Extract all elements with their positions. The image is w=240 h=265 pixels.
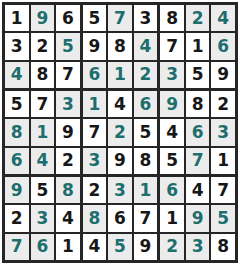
cell-r3c5[interactable]: 1 (108, 62, 132, 88)
cell-r8c1[interactable]: 2 (5, 205, 29, 231)
block-r1c1: 1 9 6 3 2 5 4 8 7 (5, 5, 80, 88)
cell-r1c2[interactable]: 9 (31, 5, 55, 31)
cell-r2c3[interactable]: 5 (56, 33, 80, 59)
cell-r5c7[interactable]: 4 (160, 119, 184, 145)
cell-r5c8[interactable]: 6 (186, 119, 210, 145)
block-r1c2: 5 7 3 9 8 4 6 1 2 (83, 5, 158, 88)
block-r2c2: 1 4 6 7 2 5 3 9 8 (83, 91, 158, 174)
cell-r3c6[interactable]: 2 (134, 62, 158, 88)
cell-r2c2[interactable]: 2 (31, 33, 55, 59)
cell-r8c6[interactable]: 7 (134, 205, 158, 231)
cell-r4c2[interactable]: 7 (31, 91, 55, 117)
cell-r8c2[interactable]: 3 (31, 205, 55, 231)
cell-r7c5[interactable]: 3 (108, 177, 132, 203)
cell-r7c1[interactable]: 9 (5, 177, 29, 203)
cell-r8c3[interactable]: 4 (56, 205, 80, 231)
cell-r2c8[interactable]: 1 (186, 33, 210, 59)
cell-r6c3[interactable]: 2 (56, 148, 80, 174)
cell-r2c1[interactable]: 3 (5, 33, 29, 59)
cell-r1c4[interactable]: 5 (83, 5, 107, 31)
cell-r5c5[interactable]: 2 (108, 119, 132, 145)
cell-r5c3[interactable]: 9 (56, 119, 80, 145)
cell-r3c9[interactable]: 9 (211, 62, 235, 88)
sudoku-board: 1 9 6 3 2 5 4 8 7 5 7 3 9 8 4 6 1 2 8 2 … (2, 2, 238, 263)
cell-r9c2[interactable]: 6 (31, 234, 55, 260)
block-r1c3: 8 2 4 7 1 6 3 5 9 (160, 5, 235, 88)
cell-r7c7[interactable]: 6 (160, 177, 184, 203)
cell-r1c8[interactable]: 2 (186, 5, 210, 31)
cell-r7c2[interactable]: 5 (31, 177, 55, 203)
cell-r6c8[interactable]: 7 (186, 148, 210, 174)
cell-r9c1[interactable]: 7 (5, 234, 29, 260)
cell-r2c9[interactable]: 6 (211, 33, 235, 59)
cell-r8c4[interactable]: 8 (83, 205, 107, 231)
cell-r3c7[interactable]: 3 (160, 62, 184, 88)
cell-r9c5[interactable]: 5 (108, 234, 132, 260)
cell-r6c9[interactable]: 1 (211, 148, 235, 174)
cell-r6c4[interactable]: 3 (83, 148, 107, 174)
cell-r3c3[interactable]: 7 (56, 62, 80, 88)
cell-r5c9[interactable]: 3 (211, 119, 235, 145)
cell-r7c4[interactable]: 2 (83, 177, 107, 203)
block-r3c3: 6 4 7 1 9 5 2 3 8 (160, 177, 235, 260)
cell-r3c2[interactable]: 8 (31, 62, 55, 88)
cell-r8c7[interactable]: 1 (160, 205, 184, 231)
block-r2c3: 9 8 2 4 6 3 5 7 1 (160, 91, 235, 174)
cell-r4c7[interactable]: 9 (160, 91, 184, 117)
cell-r1c3[interactable]: 6 (56, 5, 80, 31)
cell-r9c3[interactable]: 1 (56, 234, 80, 260)
cell-r6c6[interactable]: 8 (134, 148, 158, 174)
block-r3c2: 2 3 1 8 6 7 4 5 9 (83, 177, 158, 260)
cell-r2c6[interactable]: 4 (134, 33, 158, 59)
cell-r4c1[interactable]: 5 (5, 91, 29, 117)
cell-r9c7[interactable]: 2 (160, 234, 184, 260)
cell-r2c7[interactable]: 7 (160, 33, 184, 59)
cell-r2c4[interactable]: 9 (83, 33, 107, 59)
cell-r4c5[interactable]: 4 (108, 91, 132, 117)
cell-r7c3[interactable]: 8 (56, 177, 80, 203)
cell-r1c7[interactable]: 8 (160, 5, 184, 31)
cell-r7c6[interactable]: 1 (134, 177, 158, 203)
cell-r3c4[interactable]: 6 (83, 62, 107, 88)
cell-r5c4[interactable]: 7 (83, 119, 107, 145)
cell-r5c6[interactable]: 5 (134, 119, 158, 145)
cell-r9c4[interactable]: 4 (83, 234, 107, 260)
cell-r4c8[interactable]: 8 (186, 91, 210, 117)
cell-r1c6[interactable]: 3 (134, 5, 158, 31)
cell-r6c7[interactable]: 5 (160, 148, 184, 174)
block-r2c1: 5 7 3 8 1 9 6 4 2 (5, 91, 80, 174)
cell-r6c2[interactable]: 4 (31, 148, 55, 174)
cell-r7c9[interactable]: 7 (211, 177, 235, 203)
cell-r8c8[interactable]: 9 (186, 205, 210, 231)
cell-r5c1[interactable]: 8 (5, 119, 29, 145)
cell-r9c9[interactable]: 8 (211, 234, 235, 260)
cell-r1c1[interactable]: 1 (5, 5, 29, 31)
cell-r4c9[interactable]: 2 (211, 91, 235, 117)
cell-r5c2[interactable]: 1 (31, 119, 55, 145)
cell-r1c5[interactable]: 7 (108, 5, 132, 31)
cell-r3c8[interactable]: 5 (186, 62, 210, 88)
block-r3c1: 9 5 8 2 3 4 7 6 1 (5, 177, 80, 260)
cell-r7c8[interactable]: 4 (186, 177, 210, 203)
cell-r9c6[interactable]: 9 (134, 234, 158, 260)
cell-r4c6[interactable]: 6 (134, 91, 158, 117)
cell-r4c4[interactable]: 1 (83, 91, 107, 117)
cell-r8c9[interactable]: 5 (211, 205, 235, 231)
cell-r9c8[interactable]: 3 (186, 234, 210, 260)
cell-r6c5[interactable]: 9 (108, 148, 132, 174)
cell-r8c5[interactable]: 6 (108, 205, 132, 231)
cell-r1c9[interactable]: 4 (211, 5, 235, 31)
cell-r3c1[interactable]: 4 (5, 62, 29, 88)
cell-r2c5[interactable]: 8 (108, 33, 132, 59)
cell-r6c1[interactable]: 6 (5, 148, 29, 174)
cell-r4c3[interactable]: 3 (56, 91, 80, 117)
